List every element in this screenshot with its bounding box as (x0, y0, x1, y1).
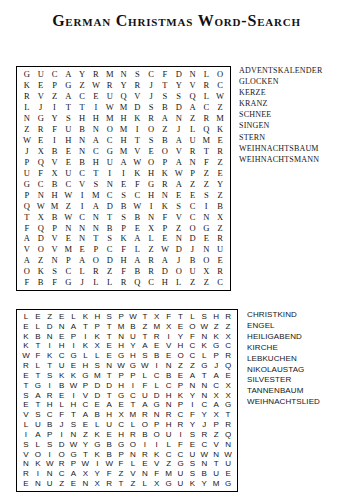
grid-cell: C (127, 391, 139, 401)
grid-cell: O (127, 440, 139, 450)
grid-cell: W (89, 80, 103, 91)
grid-cell: X (213, 211, 227, 222)
grid-cell: W (222, 450, 234, 460)
grid-cell: K (20, 332, 32, 342)
grid-cell: H (163, 420, 175, 430)
grid-cell: M (210, 479, 222, 489)
grid-cell: V (130, 91, 144, 102)
grid-cell: Z (48, 91, 62, 102)
grid-cell: Z (44, 312, 56, 322)
grid-cell: D (91, 381, 103, 391)
grid-cell: O (144, 124, 158, 135)
grid-cell: F (163, 312, 175, 322)
grid-cell: N (75, 233, 89, 244)
grid-cell: M (117, 102, 131, 113)
grid-cell: B (34, 277, 48, 288)
grid-cell: Y (175, 332, 187, 342)
grid-cell: C (213, 277, 227, 288)
grid-cell: T (89, 233, 103, 244)
grid-cell: M (91, 371, 103, 381)
grid-cell: C (61, 178, 75, 189)
grid-cell: O (151, 430, 163, 440)
grid-cell: O (20, 266, 34, 277)
grid-cell: I (130, 124, 144, 135)
grid-cell: P (158, 222, 172, 233)
word-list-item: HEILIGABEND (247, 332, 320, 343)
grid-cell: F (199, 157, 213, 168)
grid-cell: E (56, 391, 68, 401)
grid-cell: X (210, 410, 222, 420)
grid-cell: A (20, 255, 34, 266)
grid-cell: T (20, 211, 34, 222)
grid-cell: S (61, 113, 75, 124)
grid-cell: C (75, 168, 89, 179)
grid-cell: A (210, 400, 222, 410)
grid-cell: K (130, 168, 144, 179)
grid-cell: I (75, 189, 89, 200)
grid-cell: J (75, 277, 89, 288)
grid-cell: Y (79, 440, 91, 450)
grid-cell: B (127, 322, 139, 332)
grid-cell: I (103, 168, 117, 179)
grid-cell: V (130, 146, 144, 157)
grid-cell: O (213, 69, 227, 80)
grid-cell: Z (56, 479, 68, 489)
grid-cell: B (213, 200, 227, 211)
grid-cell: P (186, 168, 200, 179)
grid-cell: R (139, 410, 151, 420)
grid-cell: O (103, 124, 117, 135)
grid-cell: T (103, 371, 115, 381)
grid-cell: K (91, 332, 103, 342)
grid-cell: W (172, 168, 186, 179)
grid-cell: C (75, 91, 89, 102)
grid-cell: F (115, 459, 127, 469)
grid-cell: A (130, 255, 144, 266)
grid-cell: T (139, 332, 151, 342)
grid-cell: Z (199, 168, 213, 179)
grid-cell: I (32, 469, 44, 479)
grid-cell: W (115, 361, 127, 371)
grid-cell: F (158, 69, 172, 80)
grid-cell: W (198, 322, 210, 332)
grid-cell: Y (198, 479, 210, 489)
grid-cell: X (48, 168, 62, 179)
grid-cell: S (44, 440, 56, 450)
grid-cell: E (61, 157, 75, 168)
grid-cell: X (210, 391, 222, 401)
grid-cell: W (127, 312, 139, 322)
grid-cell: R (213, 146, 227, 157)
grid-cell: Y (186, 391, 198, 401)
grid-cell: P (61, 255, 75, 266)
grid-cell: M (127, 410, 139, 420)
grid-cell: F (20, 277, 34, 288)
grid-cell: K (44, 351, 56, 361)
grid-cell: C (213, 80, 227, 91)
grid-cell: L (91, 420, 103, 430)
grid-cell: U (139, 391, 151, 401)
grid-cell: L (139, 371, 151, 381)
grid-cell: D (151, 391, 163, 401)
grid-cell: N (158, 189, 172, 200)
grid-cell: C (186, 211, 200, 222)
grid-cell: G (34, 113, 48, 124)
grid-cell: R (151, 332, 163, 342)
grid-cell: F (139, 381, 151, 391)
grid-cell: C (175, 450, 187, 460)
grid-cell: B (103, 450, 115, 460)
grid-cell: S (20, 440, 32, 450)
grid-cell: L (144, 233, 158, 244)
grid-cell: V (20, 244, 34, 255)
grid-cell: T (115, 479, 127, 489)
grid-cell: E (68, 479, 80, 489)
grid-cell: C (130, 189, 144, 200)
grid-cell: A (139, 400, 151, 410)
grid-cell: B (151, 351, 163, 361)
grid-cell: U (32, 420, 44, 430)
grid-cell: T (32, 341, 44, 351)
grid-cell: N (61, 222, 75, 233)
grid-cell: Z (186, 113, 200, 124)
grid-cell: O (158, 146, 172, 157)
grid-cell: I (127, 381, 139, 391)
grid-cell: Y (48, 113, 62, 124)
grid-cell: N (198, 381, 210, 391)
grid-cell: R (222, 420, 234, 430)
grid-cell: G (175, 459, 187, 469)
grid-cell: Z (34, 255, 48, 266)
grid-cell: L (20, 102, 34, 113)
grid-cell: Q (117, 91, 131, 102)
grid-cell: K (91, 450, 103, 460)
grid-cell: K (32, 459, 44, 469)
grid-cell: I (186, 400, 198, 410)
word-search-grid-2: LEZELKHSPWTXFTLSHRELDNATPTMBZMXEOWZZKBNE… (16, 309, 238, 492)
grid-cell: B (198, 469, 210, 479)
grid-cell: E (117, 178, 131, 189)
grid-cell: E (89, 91, 103, 102)
grid-cell: E (222, 469, 234, 479)
grid-cell: N (172, 233, 186, 244)
grid-cell: R (34, 124, 48, 135)
grid-cell: L (172, 277, 186, 288)
grid-cell: L (186, 312, 198, 322)
word-list-item: STERN (239, 132, 322, 143)
grid-cell: E (130, 222, 144, 233)
grid-cell: X (151, 312, 163, 322)
grid-cell: N (139, 469, 151, 479)
grid-cell: B (117, 200, 131, 211)
grid-cell: A (32, 391, 44, 401)
grid-cell: R (175, 420, 187, 430)
grid-cell: T (127, 400, 139, 410)
grid-cell: N (48, 255, 62, 266)
grid-cell: X (34, 146, 48, 157)
grid-cell: C (75, 211, 89, 222)
grid-cell: P (115, 312, 127, 322)
grid-cell: G (61, 80, 75, 91)
grid-cell: T (198, 371, 210, 381)
grid-cell: X (222, 381, 234, 391)
grid-cell: D (103, 200, 117, 211)
grid-cell: V (48, 244, 62, 255)
grid-cell: F (32, 351, 44, 361)
grid-cell: Y (91, 469, 103, 479)
grid-cell: O (34, 244, 48, 255)
grid-cell: C (144, 69, 158, 80)
grid-cell: C (44, 410, 56, 420)
grid-cell: U (20, 168, 34, 179)
grid-cell: B (130, 211, 144, 222)
grid-cell: M (48, 200, 62, 211)
grid-cell: E (20, 371, 32, 381)
grid-cell: D (91, 391, 103, 401)
grid-cell: V (20, 450, 32, 460)
grid-cell: M (213, 113, 227, 124)
grid-cell: G (20, 178, 34, 189)
grid-cell: F (117, 266, 131, 277)
grid-cell: K (34, 266, 48, 277)
grid-cell: B (32, 332, 44, 342)
grid-cell: W (61, 189, 75, 200)
grid-cell: R (144, 113, 158, 124)
grid-cell: I (199, 200, 213, 211)
grid-cell: H (89, 157, 103, 168)
grid-cell: P (48, 222, 62, 233)
grid-cell: N (68, 430, 80, 440)
grid-cell: D (158, 266, 172, 277)
word-list-item: SINGEN (239, 120, 322, 131)
grid-cell: H (175, 341, 187, 351)
grid-cell: Y (75, 69, 89, 80)
grid-cell: T (103, 211, 117, 222)
grid-cell: X (222, 391, 234, 401)
grid-cell: T (175, 312, 187, 322)
grid-cell: B (56, 381, 68, 391)
grid-cell: K (210, 332, 222, 342)
grid-cell: A (186, 371, 198, 381)
grid-cell: E (172, 189, 186, 200)
grid-cell: J (198, 420, 210, 430)
grid-cell: H (117, 255, 131, 266)
grid-cell: P (89, 244, 103, 255)
grid-cell: T (79, 322, 91, 332)
grid-cell: K (79, 341, 91, 351)
grid-cell: R (158, 178, 172, 189)
grid-cell: C (56, 469, 68, 479)
grid-cell: D (56, 440, 68, 450)
grid-cell: G (163, 479, 175, 489)
grid-cell: Y (186, 420, 198, 430)
grid-cell: K (130, 113, 144, 124)
grid-cell: F (151, 469, 163, 479)
grid-cell: S (172, 200, 186, 211)
grid-cell: W (20, 351, 32, 361)
grid-cell: E (151, 341, 163, 351)
grid-cell: T (32, 400, 44, 410)
grid-cell: Y (117, 80, 131, 91)
grid-cell: E (139, 459, 151, 469)
grid-cell: R (117, 277, 131, 288)
grid-cell: P (48, 80, 62, 91)
grid-cell: N (198, 459, 210, 469)
grid-cell: I (68, 391, 80, 401)
grid-cell: Z (139, 322, 151, 332)
grid-cell: V (186, 80, 200, 91)
grid-cell: L (151, 381, 163, 391)
word-list-1: ADVENTSKALENDERGLOCKENKERZEKRANZSCHNEESI… (239, 65, 322, 165)
grid-cell: Z (144, 244, 158, 255)
grid-cell: G (210, 341, 222, 351)
grid-cell: T (89, 168, 103, 179)
grid-cell: T (130, 135, 144, 146)
grid-cell: I (48, 135, 62, 146)
grid-cell: B (103, 222, 117, 233)
word-list-item: WEIHNACHTSMANN (239, 154, 322, 165)
grid-cell: C (186, 351, 198, 361)
grid-cell: C (79, 400, 91, 410)
grid-cell: A (103, 400, 115, 410)
grid-cell: G (199, 222, 213, 233)
grid-cell: W (103, 459, 115, 469)
grid-cell: E (144, 146, 158, 157)
grid-cell: I (151, 440, 163, 450)
grid-cell: X (199, 266, 213, 277)
grid-cell: C (186, 200, 200, 211)
grid-cell: X (144, 222, 158, 233)
grid-cell: H (68, 400, 80, 410)
grid-cell: T (103, 332, 115, 342)
grid-cell: P (210, 351, 222, 361)
grid-cell: V (20, 410, 32, 420)
grid-cell: S (44, 371, 56, 381)
grid-cell: N (144, 211, 158, 222)
grid-cell: N (115, 332, 127, 342)
grid-cell: A (158, 113, 172, 124)
grid-cell: E (213, 135, 227, 146)
grid-cell: H (79, 361, 91, 371)
grid-cell: R (199, 80, 213, 91)
grid-cell: A (79, 410, 91, 420)
grid-cell: E (32, 312, 44, 322)
grid-cell: Y (213, 178, 227, 189)
grid-cell: P (151, 420, 163, 430)
grid-cell: A (32, 430, 44, 440)
grid-cell: P (91, 322, 103, 332)
grid-cell: Z (213, 222, 227, 233)
grid-cell: A (61, 91, 75, 102)
grid-cell: A (172, 135, 186, 146)
grid-cell: H (115, 381, 127, 391)
grid-cell: O (172, 266, 186, 277)
grid-cell: N (198, 391, 210, 401)
grid-cell: G (127, 361, 139, 371)
grid-cell: P (175, 400, 187, 410)
grid-cell: A (75, 255, 89, 266)
grid-cell: R (213, 233, 227, 244)
grid-cell: W (139, 361, 151, 371)
grid-cell: I (44, 450, 56, 460)
grid-cell: M (103, 113, 117, 124)
grid-cell: E (103, 341, 115, 351)
grid-cell: G (68, 351, 80, 361)
grid-cell: Z (213, 157, 227, 168)
grid-cell: H (144, 168, 158, 179)
grid-cell: K (151, 450, 163, 460)
grid-cell: L (199, 91, 213, 102)
grid-cell: L (75, 266, 89, 277)
grid-cell: N (210, 450, 222, 460)
grid-cell: E (158, 233, 172, 244)
grid-cell: Z (175, 361, 187, 371)
grid-cell: N (103, 178, 117, 189)
grid-cell: E (213, 168, 227, 179)
grid-cell: G (198, 361, 210, 371)
grid-cell: M (199, 135, 213, 146)
grid-cell: L (91, 351, 103, 361)
grid-cell: E (103, 351, 115, 361)
word-list-item: ADVENTSKALENDER (239, 65, 322, 76)
word-list-item: WEIHNACHTSBAUM (239, 143, 322, 154)
grid-cell: N (75, 135, 89, 146)
word-list-item: KIRCHE (247, 343, 320, 354)
grid-cell: E (222, 371, 234, 381)
grid-cell: W (130, 157, 144, 168)
grid-cell: S (103, 312, 115, 322)
grid-cell: Z (75, 80, 89, 91)
grid-cell: G (20, 69, 34, 80)
grid-cell: G (115, 351, 127, 361)
grid-cell: C (103, 189, 117, 200)
grid-cell: N (79, 479, 91, 489)
grid-cell: Z (213, 189, 227, 200)
grid-cell: R (144, 266, 158, 277)
grid-cell: N (89, 211, 103, 222)
grid-cell: K (91, 430, 103, 440)
grid-cell: E (213, 255, 227, 266)
grid-cell: P (175, 381, 187, 391)
grid-cell: V (75, 178, 89, 189)
grid-cell: U (103, 157, 117, 168)
grid-cell: B (75, 157, 89, 168)
grid-cell: C (163, 381, 175, 391)
grid-cell: H (75, 113, 89, 124)
grid-cell: H (44, 400, 56, 410)
grid-cell: R (89, 69, 103, 80)
grid-cell: S (144, 102, 158, 113)
grid-cell: E (199, 233, 213, 244)
grid-cell: V (79, 391, 91, 401)
grid-cell: P (117, 222, 131, 233)
grid-cell: W (130, 200, 144, 211)
grid-cell: N (44, 332, 56, 342)
grid-cell: E (79, 420, 91, 430)
grid-cell: T (222, 410, 234, 420)
grid-cell: C (210, 381, 222, 391)
grid-cell: F (48, 124, 62, 135)
grid-cell: M (103, 69, 117, 80)
grid-cell: J (172, 124, 186, 135)
grid-cell: Q (34, 157, 48, 168)
word-list-item: LEBKUCHEN (247, 354, 320, 365)
grid-cell: N (103, 361, 115, 371)
grid-cell: L (79, 351, 91, 361)
grid-cell: T (199, 146, 213, 157)
grid-cell: I (79, 332, 91, 342)
grid-cell: R (20, 469, 32, 479)
